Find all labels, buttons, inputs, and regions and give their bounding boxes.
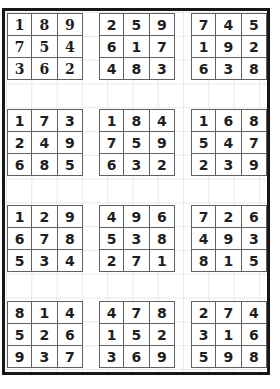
block-9-cell-r1c2[interactable]: 2 — [215, 205, 241, 228]
block-3-row-1: 745 — [191, 13, 267, 36]
block-6-row-3: 239 — [191, 153, 267, 176]
block-7-row-1: 129 — [7, 205, 83, 228]
block-12-cell-r3c3[interactable]: 8 — [241, 345, 267, 368]
block-2-row-1: 259 — [99, 13, 175, 36]
block-12-cell-r1c1[interactable]: 2 — [191, 301, 216, 324]
block-6-row-1: 168 — [191, 109, 267, 132]
block-2-cell-r2c2[interactable]: 1 — [123, 35, 149, 58]
block-6-cell-r2c3[interactable]: 7 — [241, 131, 267, 154]
block-7-cell-r2c2[interactable]: 7 — [31, 227, 57, 250]
block-5: 184759632 — [99, 109, 175, 178]
block-3-cell-r2c1[interactable]: 1 — [191, 35, 216, 58]
block-10-cell-r1c2[interactable]: 1 — [31, 301, 57, 324]
block-1: 189754362 — [7, 13, 83, 82]
block-2-cell-r3c3[interactable]: 3 — [149, 57, 175, 80]
block-8-cell-r1c3[interactable]: 6 — [149, 205, 175, 228]
block-6-cell-r1c1[interactable]: 1 — [191, 109, 216, 132]
block-9-row-1: 726 — [191, 205, 267, 228]
block-5-cell-r2c1[interactable]: 7 — [99, 131, 124, 154]
block-1-cell-r2c2[interactable]: 5 — [31, 35, 57, 58]
block-9-cell-r2c2[interactable]: 9 — [215, 227, 241, 250]
block-3-cell-r1c1[interactable]: 7 — [191, 13, 216, 36]
block-10-cell-r3c2[interactable]: 3 — [31, 345, 57, 368]
block-11-cell-r3c1[interactable]: 3 — [99, 345, 124, 368]
block-1-row-2: 754 — [7, 35, 83, 58]
block-4-cell-r2c2[interactable]: 4 — [31, 131, 57, 154]
block-8-row-3: 271 — [99, 249, 175, 272]
block-7-cell-r3c2[interactable]: 3 — [31, 249, 57, 272]
block-2-cell-r2c1[interactable]: 6 — [99, 35, 124, 58]
block-7-cell-r3c3[interactable]: 4 — [57, 249, 83, 272]
block-4-cell-r3c1[interactable]: 6 — [7, 153, 32, 176]
block-3-cell-r3c2[interactable]: 3 — [215, 57, 241, 80]
block-9-cell-r2c1[interactable]: 4 — [191, 227, 216, 250]
block-4-cell-r2c1[interactable]: 2 — [7, 131, 32, 154]
block-8-cell-r1c2[interactable]: 9 — [123, 205, 149, 228]
block-2-cell-r1c1[interactable]: 2 — [99, 13, 124, 36]
block-2-cell-r1c2[interactable]: 5 — [123, 13, 149, 36]
block-6-cell-r1c3[interactable]: 8 — [241, 109, 267, 132]
block-12-row-3: 598 — [191, 345, 267, 368]
block-9-cell-r2c3[interactable]: 3 — [241, 227, 267, 250]
block-2-cell-r3c2[interactable]: 8 — [123, 57, 149, 80]
block-1-row-3: 362 — [7, 57, 83, 80]
block-11-cell-r3c3[interactable]: 9 — [149, 345, 175, 368]
block-8-cell-r2c2[interactable]: 3 — [123, 227, 149, 250]
block-12-cell-r2c3[interactable]: 6 — [241, 323, 267, 346]
block-4-cell-r1c2[interactable]: 7 — [31, 109, 57, 132]
block-5-cell-r2c3[interactable]: 9 — [149, 131, 175, 154]
block-1-cell-r1c1[interactable]: 1 — [7, 13, 32, 36]
block-5-cell-r3c3[interactable]: 2 — [149, 153, 175, 176]
block-3-row-3: 638 — [191, 57, 267, 80]
block-11-cell-r2c2[interactable]: 5 — [123, 323, 149, 346]
block-8-cell-r2c3[interactable]: 8 — [149, 227, 175, 250]
block-1-cell-r1c2[interactable]: 8 — [31, 13, 57, 36]
block-12-row-2: 316 — [191, 323, 267, 346]
block-1-cell-r3c3[interactable]: 2 — [57, 57, 83, 80]
block-12-cell-r3c1[interactable]: 5 — [191, 345, 216, 368]
block-2-cell-r1c3[interactable]: 9 — [149, 13, 175, 36]
block-7-cell-r2c3[interactable]: 8 — [57, 227, 83, 250]
block-6-cell-r3c2[interactable]: 3 — [215, 153, 241, 176]
block-7-cell-r2c1[interactable]: 6 — [7, 227, 32, 250]
block-10-cell-r3c1[interactable]: 9 — [7, 345, 32, 368]
block-8-cell-r3c1[interactable]: 2 — [99, 249, 124, 272]
block-10-cell-r2c2[interactable]: 2 — [31, 323, 57, 346]
block-6: 168547239 — [191, 109, 267, 178]
block-3-cell-r2c2[interactable]: 9 — [215, 35, 241, 58]
block-8-cell-r1c1[interactable]: 4 — [99, 205, 124, 228]
block-11-row-3: 369 — [99, 345, 175, 368]
block-7-row-3: 534 — [7, 249, 83, 272]
block-2-cell-r3c1[interactable]: 4 — [99, 57, 124, 80]
block-11-cell-r3c2[interactable]: 6 — [123, 345, 149, 368]
block-2-cell-r2c3[interactable]: 7 — [149, 35, 175, 58]
block-3-cell-r1c2[interactable]: 4 — [215, 13, 241, 36]
block-12-cell-r3c2[interactable]: 9 — [215, 345, 241, 368]
block-10: 814526937 — [7, 301, 83, 370]
block-11-cell-r1c3[interactable]: 8 — [149, 301, 175, 324]
block-10-row-3: 937 — [7, 345, 83, 368]
block-10-cell-r2c1[interactable]: 5 — [7, 323, 32, 346]
block-8-row-1: 496 — [99, 205, 175, 228]
block-5-cell-r3c1[interactable]: 6 — [99, 153, 124, 176]
block-9: 726493815 — [191, 205, 267, 274]
block-10-cell-r1c3[interactable]: 4 — [57, 301, 83, 324]
block-8-cell-r3c3[interactable]: 1 — [149, 249, 175, 272]
block-12-cell-r1c3[interactable]: 4 — [241, 301, 267, 324]
block-10-row-2: 526 — [7, 323, 83, 346]
block-5-cell-r2c2[interactable]: 5 — [123, 131, 149, 154]
block-8-row-2: 538 — [99, 227, 175, 250]
block-4: 173249685 — [7, 109, 83, 178]
block-9-cell-r3c2[interactable]: 1 — [215, 249, 241, 272]
block-6-row-2: 547 — [191, 131, 267, 154]
block-3-cell-r3c1[interactable]: 6 — [191, 57, 216, 80]
block-8-cell-r2c1[interactable]: 5 — [99, 227, 124, 250]
block-5-cell-r1c1[interactable]: 1 — [99, 109, 124, 132]
block-8: 496538271 — [99, 205, 175, 274]
block-10-cell-r3c3[interactable]: 7 — [57, 345, 83, 368]
block-1-cell-r2c3[interactable]: 4 — [57, 35, 83, 58]
block-3: 745192638 — [191, 13, 267, 82]
block-1-cell-r2c1[interactable]: 7 — [7, 35, 32, 58]
block-12-cell-r2c1[interactable]: 3 — [191, 323, 216, 346]
board-grid: 1897543622596174837451926381732496851847… — [5, 11, 267, 372]
block-5-cell-r1c3[interactable]: 4 — [149, 109, 175, 132]
block-10-cell-r2c3[interactable]: 6 — [57, 323, 83, 346]
block-1-cell-r3c2[interactable]: 6 — [31, 57, 57, 80]
block-9-cell-r1c1[interactable]: 7 — [191, 205, 216, 228]
block-3-cell-r2c3[interactable]: 2 — [241, 35, 267, 58]
block-11: 478152369 — [99, 301, 175, 370]
block-4-row-2: 249 — [7, 131, 83, 154]
block-4-cell-r1c3[interactable]: 3 — [57, 109, 83, 132]
block-5-cell-r3c2[interactable]: 3 — [123, 153, 149, 176]
block-3-row-2: 192 — [191, 35, 267, 58]
block-9-row-2: 493 — [191, 227, 267, 250]
block-2-row-2: 617 — [99, 35, 175, 58]
block-9-cell-r3c3[interactable]: 5 — [241, 249, 267, 272]
block-11-cell-r2c1[interactable]: 1 — [99, 323, 124, 346]
block-9-cell-r1c3[interactable]: 6 — [241, 205, 267, 228]
block-5-row-1: 184 — [99, 109, 175, 132]
block-4-cell-r3c2[interactable]: 8 — [31, 153, 57, 176]
block-7-cell-r3c1[interactable]: 5 — [7, 249, 32, 272]
block-11-row-1: 478 — [99, 301, 175, 324]
block-1-row-1: 189 — [7, 13, 83, 36]
block-11-row-2: 152 — [99, 323, 175, 346]
block-11-cell-r1c2[interactable]: 7 — [123, 301, 149, 324]
block-5-row-2: 759 — [99, 131, 175, 154]
block-4-row-3: 685 — [7, 153, 83, 176]
block-6-cell-r3c1[interactable]: 2 — [191, 153, 216, 176]
block-1-cell-r1c3[interactable]: 9 — [57, 13, 83, 36]
block-7-cell-r1c2[interactable]: 2 — [31, 205, 57, 228]
block-4-cell-r2c3[interactable]: 9 — [57, 131, 83, 154]
block-9-row-3: 815 — [191, 249, 267, 272]
block-4-row-1: 173 — [7, 109, 83, 132]
block-3-cell-r1c3[interactable]: 5 — [241, 13, 267, 36]
block-9-cell-r3c1[interactable]: 8 — [191, 249, 216, 272]
block-10-row-1: 814 — [7, 301, 83, 324]
block-7-row-2: 678 — [7, 227, 83, 250]
block-11-cell-r2c3[interactable]: 2 — [149, 323, 175, 346]
block-12: 274316598 — [191, 301, 267, 370]
block-12-cell-r2c2[interactable]: 1 — [215, 323, 241, 346]
block-4-cell-r3c3[interactable]: 5 — [57, 153, 83, 176]
block-2-row-3: 483 — [99, 57, 175, 80]
block-10-cell-r1c1[interactable]: 8 — [7, 301, 32, 324]
block-7-cell-r1c1[interactable]: 1 — [7, 205, 32, 228]
block-12-row-1: 274 — [191, 301, 267, 324]
block-5-row-3: 632 — [99, 153, 175, 176]
block-12-cell-r1c2[interactable]: 7 — [215, 301, 241, 324]
block-11-cell-r1c1[interactable]: 4 — [99, 301, 124, 324]
block-4-cell-r1c1[interactable]: 1 — [7, 109, 32, 132]
block-3-cell-r3c3[interactable]: 8 — [241, 57, 267, 80]
block-1-cell-r3c1[interactable]: 3 — [7, 57, 32, 80]
block-7-cell-r1c3[interactable]: 9 — [57, 205, 83, 228]
puzzle-board: 1897543622596174837451926381732496851847… — [2, 8, 270, 375]
block-6-cell-r2c2[interactable]: 4 — [215, 131, 241, 154]
block-7: 129678534 — [7, 205, 83, 274]
block-6-cell-r2c1[interactable]: 5 — [191, 131, 216, 154]
block-2: 259617483 — [99, 13, 175, 82]
block-6-cell-r3c3[interactable]: 9 — [241, 153, 267, 176]
block-6-cell-r1c2[interactable]: 6 — [215, 109, 241, 132]
block-5-cell-r1c2[interactable]: 8 — [123, 109, 149, 132]
block-8-cell-r3c2[interactable]: 7 — [123, 249, 149, 272]
